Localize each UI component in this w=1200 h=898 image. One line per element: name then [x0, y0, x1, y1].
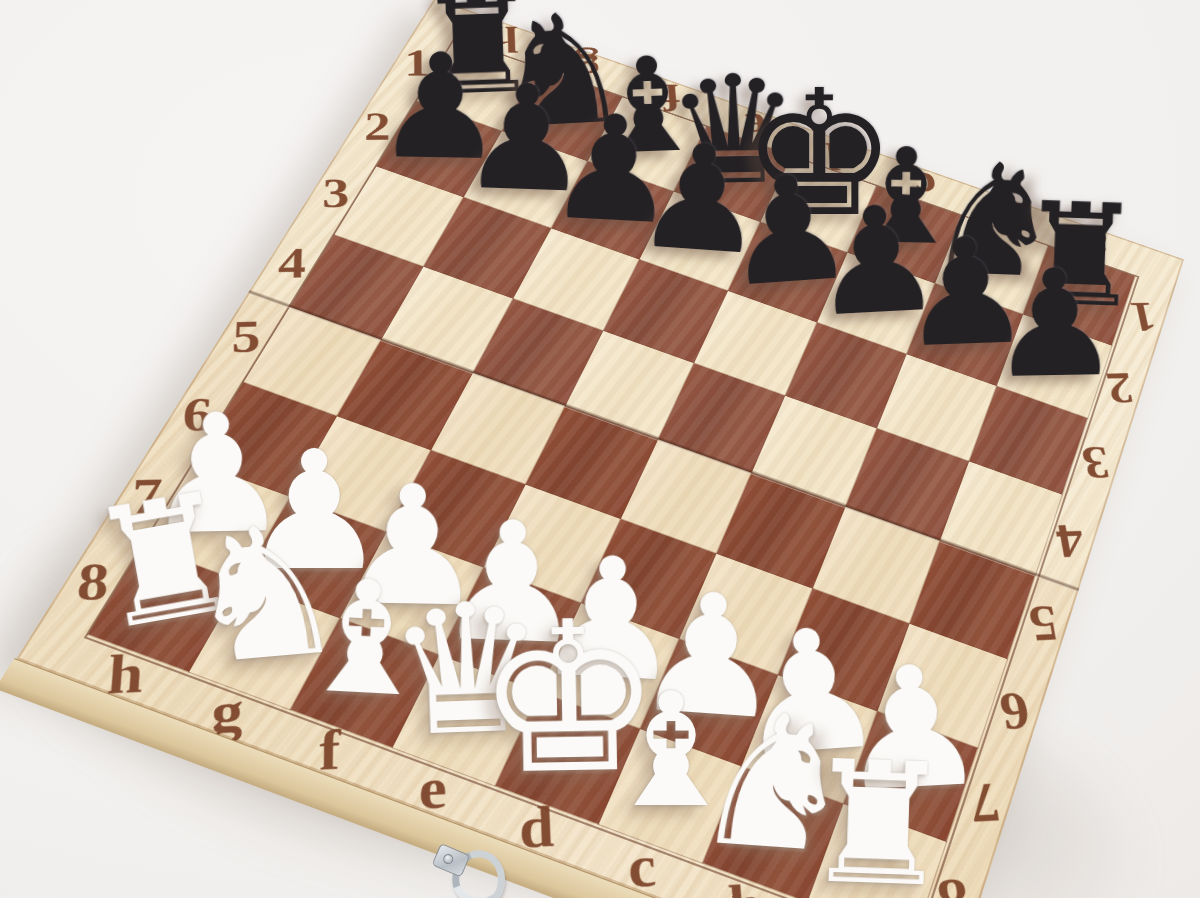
coordinate-label: 6: [997, 684, 1034, 739]
coordinate-label: 6: [181, 390, 213, 439]
photo-stage: 1234567812345678hgfedcbahgfedcba ♜♞♝♛♚♝♞…: [0, 0, 1200, 898]
coordinate-label: 4: [1053, 517, 1089, 566]
coordinate-label: 1: [404, 44, 430, 82]
coordinate-label: 8: [75, 554, 111, 608]
coordinate-label: 5: [1025, 599, 1061, 651]
coordinate-label: 3: [321, 172, 349, 214]
coordinate-label: h: [106, 646, 146, 703]
coordinate-label: f: [319, 721, 341, 779]
coordinate-label: g: [210, 683, 244, 741]
coordinate-label: 7: [130, 470, 164, 521]
coordinate-label: 7: [967, 774, 1005, 832]
coordinate-label: 4: [277, 241, 306, 285]
coordinate-label: 1: [1127, 296, 1161, 339]
coordinate-label: 2: [364, 106, 391, 146]
coordinate-label: e: [419, 759, 447, 818]
coordinate-label: 2: [1103, 366, 1137, 411]
coordinate-label: c: [626, 836, 657, 897]
coordinate-label: 8: [935, 870, 973, 898]
coordinate-label: 5: [230, 314, 261, 360]
coordinate-label: 3: [1079, 440, 1114, 487]
chess-board: 1234567812345678hgfedcbahgfedcba: [16, 0, 1184, 898]
